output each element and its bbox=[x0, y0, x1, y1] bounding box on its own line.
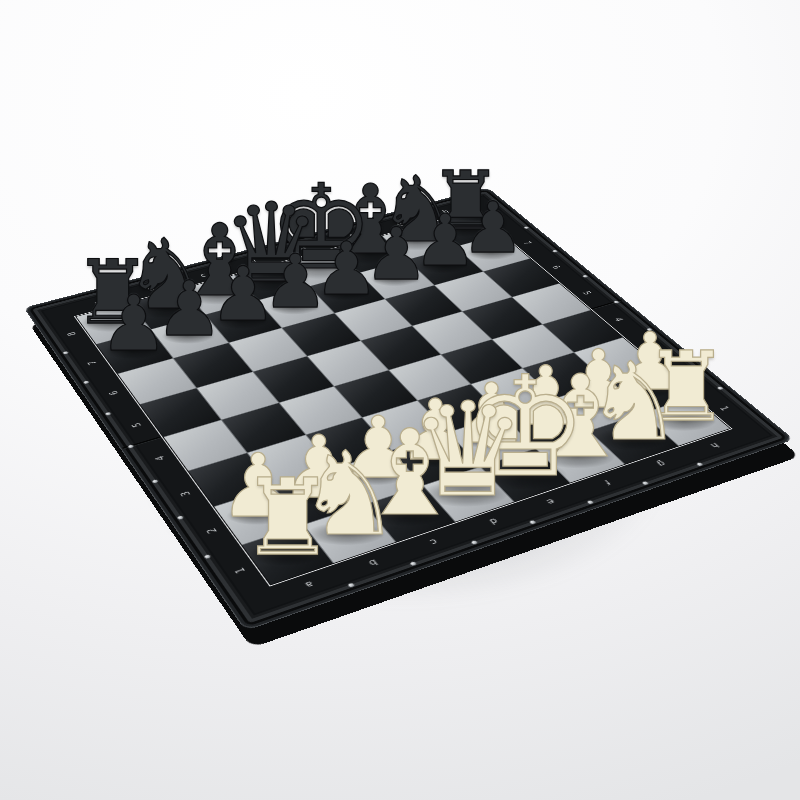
white-rook-a1[interactable]: ♜ bbox=[240, 465, 335, 571]
chess-set-photo-scene: aa11bb22cc33dd44ee55ff66gg77hh88 ♜♞♟♝♟♚♟… bbox=[0, 0, 800, 800]
black-pawn-a7[interactable]: ♟ bbox=[100, 287, 169, 364]
pieces-layer: ♜♞♟♝♟♚♟♛♟♝♟♞♟♜♟♟♟♟♜♟♞♟♝♟♚♟♛♟♝♟♞♜ bbox=[0, 0, 800, 800]
